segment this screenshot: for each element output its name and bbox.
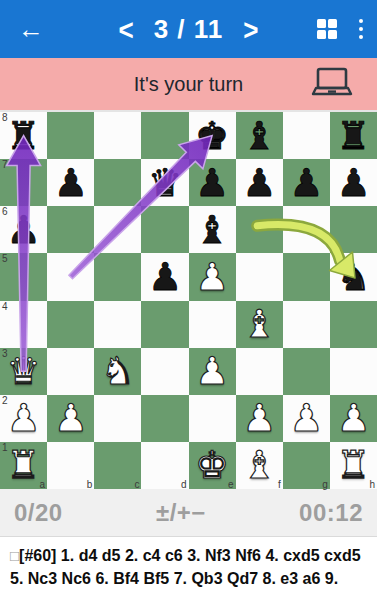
prev-puzzle-icon[interactable]: < <box>119 14 134 44</box>
next-puzzle-icon[interactable]: > <box>243 14 258 44</box>
file-label: c <box>134 479 139 490</box>
square-b8[interactable] <box>47 112 94 159</box>
black-king[interactable]: ♚ <box>195 117 229 155</box>
square-c8[interactable] <box>94 112 141 159</box>
square-d6[interactable] <box>141 206 188 253</box>
white-rook[interactable]: ♜ <box>7 446 41 484</box>
square-e1[interactable]: e♚ <box>189 442 236 489</box>
square-b5[interactable] <box>47 253 94 300</box>
chess-board: 8♜♚♝♜7♟♛♟♟♟♟6♟♝5♟♟♞4♝3♛♞♟2♟♟♟♟♟1a♜bcde♚f… <box>0 112 377 489</box>
square-d3[interactable] <box>141 348 188 395</box>
white-rook[interactable]: ♜ <box>336 446 370 484</box>
square-f5[interactable] <box>236 253 283 300</box>
square-g3[interactable] <box>283 348 330 395</box>
square-h3[interactable] <box>330 348 377 395</box>
square-d7[interactable]: ♛ <box>141 159 188 206</box>
square-e8[interactable]: ♚ <box>189 112 236 159</box>
square-d5[interactable]: ♟ <box>141 253 188 300</box>
square-a8[interactable]: 8♜ <box>0 112 47 159</box>
square-c5[interactable] <box>94 253 141 300</box>
white-bishop[interactable]: ♝ <box>242 305 276 343</box>
square-e5[interactable]: ♟ <box>189 253 236 300</box>
white-pawn[interactable]: ♟ <box>7 399 41 437</box>
square-c7[interactable] <box>94 159 141 206</box>
square-d2[interactable] <box>141 395 188 442</box>
square-h6[interactable] <box>330 206 377 253</box>
black-pawn[interactable]: ♟ <box>242 164 276 202</box>
square-d8[interactable] <box>141 112 188 159</box>
engine-laptop-icon[interactable] <box>311 67 353 101</box>
square-a4[interactable]: 4 <box>0 301 47 348</box>
app-bar: ← < 3 / 11 > <box>0 0 377 58</box>
square-a7[interactable]: 7 <box>0 159 47 206</box>
square-g6[interactable] <box>283 206 330 253</box>
square-e7[interactable]: ♟ <box>189 159 236 206</box>
black-pawn[interactable]: ♟ <box>336 164 370 202</box>
square-f2[interactable]: ♟ <box>236 395 283 442</box>
black-bishop[interactable]: ♝ <box>242 117 276 155</box>
square-g1[interactable]: g <box>283 442 330 489</box>
square-h8[interactable]: ♜ <box>330 112 377 159</box>
square-b3[interactable] <box>47 348 94 395</box>
square-b7[interactable]: ♟ <box>47 159 94 206</box>
square-a1[interactable]: 1a♜ <box>0 442 47 489</box>
square-f7[interactable]: ♟ <box>236 159 283 206</box>
square-h7[interactable]: ♟ <box>330 159 377 206</box>
moves-san[interactable]: 1. d4 d5 2. c4 c6 3. Nf3 Nf6 4. cxd5 cxd… <box>10 547 361 591</box>
square-h5[interactable]: ♞ <box>330 253 377 300</box>
puzzle-counter: 3 / 11 <box>154 14 224 45</box>
square-e3[interactable]: ♟ <box>189 348 236 395</box>
black-pawn[interactable]: ♟ <box>7 211 41 249</box>
puzzle-ref: [#60] <box>19 547 61 564</box>
square-e2[interactable] <box>189 395 236 442</box>
file-label: a <box>40 479 46 490</box>
white-pawn[interactable]: ♟ <box>54 399 88 437</box>
overflow-menu-icon[interactable] <box>357 15 366 44</box>
black-rook[interactable]: ♜ <box>336 117 370 155</box>
square-c1[interactable]: c <box>94 442 141 489</box>
square-f6[interactable] <box>236 206 283 253</box>
rank-label: 5 <box>2 253 8 264</box>
turn-notice-bar: It's your turn <box>0 58 377 110</box>
white-knight[interactable]: ♞ <box>101 352 135 390</box>
puzzle-list-grid-icon[interactable] <box>317 19 337 39</box>
rank-label: 7 <box>2 159 8 170</box>
rank-label: 1 <box>2 442 8 453</box>
square-a3[interactable]: 3♛ <box>0 348 47 395</box>
square-c2[interactable] <box>94 395 141 442</box>
file-label: f <box>278 479 281 490</box>
white-bishop[interactable]: ♝ <box>242 446 276 484</box>
square-f8[interactable]: ♝ <box>236 112 283 159</box>
rank-label: 4 <box>2 301 8 312</box>
white-to-move-symbol: □ <box>10 547 19 564</box>
square-g5[interactable] <box>283 253 330 300</box>
square-b2[interactable]: ♟ <box>47 395 94 442</box>
file-label: d <box>181 479 187 490</box>
file-label: b <box>87 479 93 490</box>
square-b6[interactable] <box>47 206 94 253</box>
square-b1[interactable]: b <box>47 442 94 489</box>
square-h4[interactable] <box>330 301 377 348</box>
square-d1[interactable]: d <box>141 442 188 489</box>
black-pawn[interactable]: ♟ <box>148 258 182 296</box>
square-a2[interactable]: 2♟ <box>0 395 47 442</box>
square-c3[interactable]: ♞ <box>94 348 141 395</box>
black-queen[interactable]: ♛ <box>148 164 182 202</box>
square-e4[interactable] <box>189 301 236 348</box>
square-b4[interactable] <box>47 301 94 348</box>
square-g2[interactable]: ♟ <box>283 395 330 442</box>
square-f3[interactable] <box>236 348 283 395</box>
rank-label: 2 <box>2 395 8 406</box>
white-queen[interactable]: ♛ <box>7 352 41 390</box>
square-h1[interactable]: h♜ <box>330 442 377 489</box>
turn-notice-text: It's your turn <box>134 73 243 96</box>
black-bishop[interactable]: ♝ <box>195 211 229 249</box>
back-icon[interactable]: ← <box>18 16 44 42</box>
evaluation-button[interactable]: ±/+− <box>156 499 206 527</box>
rank-label: 8 <box>2 112 8 123</box>
square-d4[interactable] <box>141 301 188 348</box>
timer: 00:12 <box>299 499 363 527</box>
square-a6[interactable]: 6♟ <box>0 206 47 253</box>
square-h2[interactable]: ♟ <box>330 395 377 442</box>
black-pawn[interactable]: ♟ <box>54 164 88 202</box>
square-g8[interactable] <box>283 112 330 159</box>
score-counter: 0/20 <box>14 499 63 527</box>
square-f4[interactable]: ♝ <box>236 301 283 348</box>
black-pawn[interactable]: ♟ <box>195 164 229 202</box>
square-g7[interactable]: ♟ <box>283 159 330 206</box>
square-g4[interactable] <box>283 301 330 348</box>
black-rook[interactable]: ♜ <box>7 117 41 155</box>
black-knight[interactable]: ♞ <box>336 258 370 296</box>
square-f1[interactable]: f♝ <box>236 442 283 489</box>
puzzle-navigation: < 3 / 11 > <box>119 14 259 45</box>
white-pawn[interactable]: ♟ <box>336 399 370 437</box>
file-label: h <box>369 479 375 490</box>
square-c4[interactable] <box>94 301 141 348</box>
square-a5[interactable]: 5 <box>0 253 47 300</box>
white-pawn[interactable]: ♟ <box>195 258 229 296</box>
white-pawn[interactable]: ♟ <box>242 399 276 437</box>
status-bar: 0/20 ±/+− 00:12 <box>0 489 377 537</box>
black-pawn[interactable]: ♟ <box>289 164 323 202</box>
white-pawn[interactable]: ♟ <box>289 399 323 437</box>
move-list[interactable]: □[#60] 1. d4 d5 2. c4 c6 3. Nf3 Nf6 4. c… <box>0 537 377 591</box>
file-label: e <box>228 479 234 490</box>
file-label: g <box>322 479 328 490</box>
rank-label: 6 <box>2 206 8 217</box>
white-pawn[interactable]: ♟ <box>195 352 229 390</box>
square-c6[interactable] <box>94 206 141 253</box>
rank-label: 3 <box>2 348 8 359</box>
square-e6[interactable]: ♝ <box>189 206 236 253</box>
white-king[interactable]: ♚ <box>195 446 229 484</box>
